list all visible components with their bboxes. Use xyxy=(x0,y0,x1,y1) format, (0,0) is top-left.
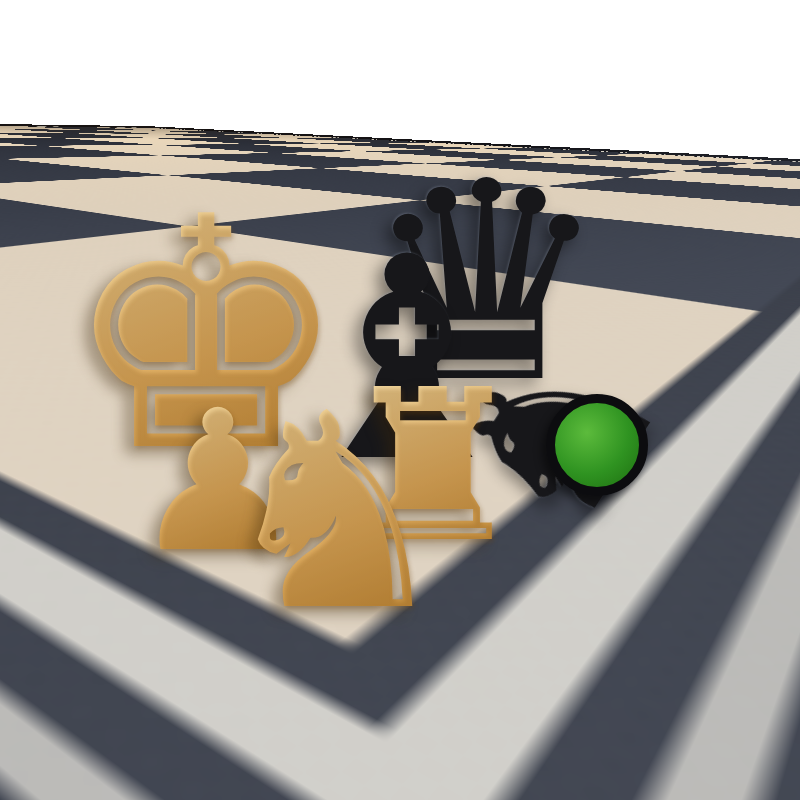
piece-white-knight[interactable]: ♞ xyxy=(200,378,470,648)
photo-stage: ♚♛♝♞♜♟♞ xyxy=(0,0,800,800)
fallen-piece-felt-base xyxy=(546,394,648,496)
pieces-layer: ♚♛♝♞♜♟♞ xyxy=(0,0,800,800)
